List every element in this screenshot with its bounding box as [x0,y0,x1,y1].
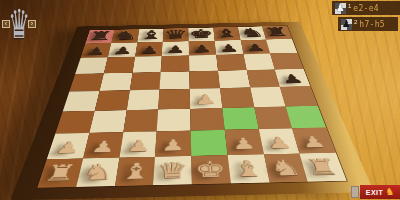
square-a3[interactable] [55,111,94,134]
square-d3[interactable] [157,109,191,132]
square-a1[interactable]: ♜ [37,158,83,188]
square-c5[interactable] [130,72,161,90]
knight-icon: ♞ [385,187,394,197]
square-d7[interactable]: ♟ [162,41,189,56]
chess-board: ♜♞♝♛♚♝♞♜♟♟♟♟♟♟♟♟♟♟♟♟♟♟♟♟♜♞♝♛♚♝♞♜ [37,26,346,188]
square-b4[interactable] [95,90,130,110]
square-b5[interactable] [99,73,132,91]
square-h3[interactable] [286,106,326,129]
square-d6[interactable] [161,55,190,71]
square-c8[interactable]: ♝ [137,29,164,43]
promotion-selector: ♛ ‹ › [2,2,36,50]
square-f3[interactable] [222,107,258,130]
square-f7[interactable]: ♟ [214,40,243,55]
promotion-prev-button[interactable]: ‹ [2,20,10,28]
white-pawn-icon: ♟ [335,3,346,14]
square-e1[interactable]: ♚ [191,155,230,184]
chess-game-screen: ♜♞♝♛♚♝♞♜♟♟♟♟♟♟♟♟♟♟♟♟♟♟♟♟♜♞♝♛♚♝♞♜ ♛ ‹ › ♟… [0,0,400,200]
square-b8[interactable]: ♞ [111,29,139,43]
square-e5[interactable] [189,71,220,89]
move-text: h7-h5 [359,20,385,29]
square-b1[interactable]: ♞ [76,157,119,187]
square-h8[interactable]: ♜ [262,26,292,40]
square-d4[interactable] [158,89,190,109]
square-d2[interactable]: ♟ [155,131,191,157]
square-h2[interactable]: ♟ [292,128,335,154]
square-h7[interactable] [266,39,297,54]
queen-icon: ♛ [8,2,30,46]
square-f4[interactable] [220,88,254,108]
square-e2[interactable] [191,130,228,156]
square-h6[interactable] [270,53,303,69]
square-a5[interactable] [69,73,103,91]
square-c4[interactable] [126,90,159,110]
square-b6[interactable] [104,57,135,74]
square-g8[interactable]: ♞ [238,26,266,40]
square-e4[interactable]: ♟ [190,88,222,108]
exit-label: EXIT [366,189,384,196]
square-f8[interactable]: ♝ [213,27,240,41]
square-e8[interactable]: ♚ [188,28,214,42]
square-c2[interactable]: ♟ [119,131,157,157]
move-number: 1 [348,3,351,9]
square-c3[interactable] [123,109,158,132]
move-history-entry-2: ♟ 2 h7-h5 [338,17,398,31]
square-a8[interactable]: ♜ [85,30,114,44]
move-number: 2 [354,19,357,25]
square-h1[interactable]: ♜ [300,152,347,181]
move-history-entry-1: ♟ 1 e2-e4 [332,1,400,15]
square-b7[interactable]: ♟ [108,42,137,57]
square-b3[interactable] [89,110,126,133]
square-f5[interactable] [218,70,250,88]
promotion-next-button[interactable]: › [28,20,36,28]
exit-button[interactable]: EXIT ♞ [360,185,400,199]
square-f6[interactable] [216,54,246,70]
black-pawn-icon: ♟ [341,19,352,30]
square-f2[interactable]: ♟ [225,129,264,155]
square-h4[interactable] [280,86,318,106]
square-d8[interactable]: ♛ [163,28,189,42]
white-pawn-piece[interactable]: ♟ [287,134,342,151]
square-d5[interactable] [160,71,190,89]
square-e3[interactable] [190,108,224,131]
square-a6[interactable] [75,57,107,74]
square-d1[interactable]: ♛ [153,156,192,185]
square-f1[interactable]: ♝ [227,154,269,183]
board-frame: ♜♞♝♛♚♝♞♜♟♟♟♟♟♟♟♟♟♟♟♟♟♟♟♟♜♞♝♛♚♝♞♜ [10,22,374,200]
square-e7[interactable]: ♟ [189,41,216,56]
square-c1[interactable]: ♝ [115,156,156,186]
square-h5[interactable]: ♟ [275,69,310,87]
square-b2[interactable]: ♟ [83,132,123,158]
square-e6[interactable] [189,55,218,71]
square-c7[interactable]: ♟ [135,42,163,57]
exit-tab-handle[interactable] [351,186,359,198]
square-c6[interactable] [132,56,162,73]
move-text: e2-e4 [353,4,379,13]
square-a7[interactable]: ♟ [81,43,112,58]
white-queen-piece[interactable]: ♛ [146,159,200,182]
